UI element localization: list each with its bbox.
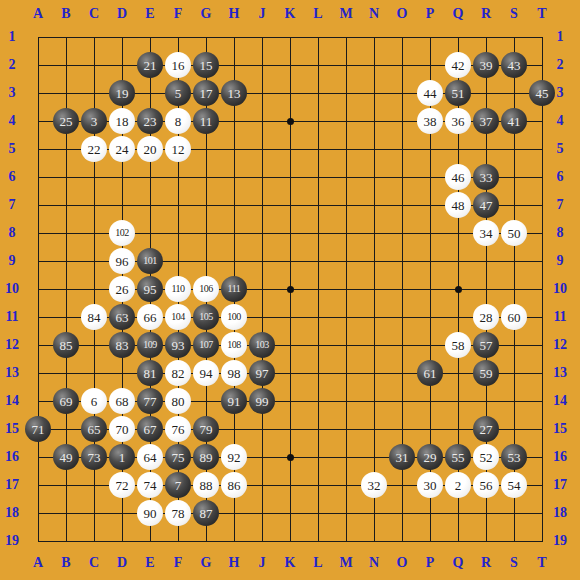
white-stone-S11[interactable]: 60 <box>501 304 527 330</box>
white-stone-C14[interactable]: 6 <box>81 388 107 414</box>
black-stone-D11[interactable]: 63 <box>109 304 135 330</box>
black-stone-J13[interactable]: 97 <box>249 360 275 386</box>
black-stone-R15[interactable]: 27 <box>473 416 499 442</box>
row-label-right-12: 12 <box>550 331 570 359</box>
white-stone-D14[interactable]: 68 <box>109 388 135 414</box>
black-stone-B16[interactable]: 49 <box>53 444 79 470</box>
row-label-left-17: 17 <box>2 471 22 499</box>
black-stone-A15[interactable]: 71 <box>25 416 51 442</box>
row-label-right-16: 16 <box>550 443 570 471</box>
white-stone-Q7[interactable]: 48 <box>445 192 471 218</box>
star-point <box>455 286 462 293</box>
white-stone-G13[interactable]: 94 <box>193 360 219 386</box>
white-stone-S8[interactable]: 50 <box>501 220 527 246</box>
column-label-top-M: M <box>332 6 360 22</box>
column-label-top-E: E <box>136 6 164 22</box>
row-label-right-2: 2 <box>550 51 570 79</box>
black-stone-E13[interactable]: 81 <box>137 360 163 386</box>
row-label-right-5: 5 <box>550 135 570 163</box>
white-stone-H17[interactable]: 86 <box>221 472 247 498</box>
white-stone-F2[interactable]: 16 <box>165 52 191 78</box>
row-label-right-15: 15 <box>550 415 570 443</box>
column-label-top-B: B <box>52 6 80 22</box>
black-stone-H10[interactable]: 111 <box>221 276 247 302</box>
column-label-top-S: S <box>500 6 528 22</box>
black-stone-G16[interactable]: 89 <box>193 444 219 470</box>
white-stone-P17[interactable]: 30 <box>417 472 443 498</box>
row-label-right-14: 14 <box>550 387 570 415</box>
white-stone-F18[interactable]: 78 <box>165 500 191 526</box>
white-stone-E5[interactable]: 20 <box>137 136 163 162</box>
white-stone-G10[interactable]: 106 <box>193 276 219 302</box>
column-label-top-L: L <box>304 6 332 22</box>
column-label-bottom-A: A <box>24 555 52 571</box>
row-label-right-11: 11 <box>550 303 570 331</box>
white-stone-D9[interactable]: 96 <box>109 248 135 274</box>
black-stone-D12[interactable]: 83 <box>109 332 135 358</box>
black-stone-G4[interactable]: 11 <box>193 108 219 134</box>
row-label-left-18: 18 <box>2 499 22 527</box>
column-label-bottom-P: P <box>416 555 444 571</box>
row-label-left-2: 2 <box>2 51 22 79</box>
row-label-left-3: 3 <box>2 79 22 107</box>
row-label-left-15: 15 <box>2 415 22 443</box>
white-stone-Q17[interactable]: 2 <box>445 472 471 498</box>
black-stone-R4[interactable]: 37 <box>473 108 499 134</box>
black-stone-F12[interactable]: 93 <box>165 332 191 358</box>
column-label-bottom-L: L <box>304 555 332 571</box>
black-stone-G2[interactable]: 15 <box>193 52 219 78</box>
column-label-top-R: R <box>472 6 500 22</box>
row-label-right-9: 9 <box>550 247 570 275</box>
white-stone-F14[interactable]: 80 <box>165 388 191 414</box>
column-label-bottom-S: S <box>500 555 528 571</box>
column-label-bottom-K: K <box>276 555 304 571</box>
row-label-right-1: 1 <box>550 23 570 51</box>
row-label-left-19: 19 <box>2 527 22 555</box>
column-label-bottom-Q: Q <box>444 555 472 571</box>
black-stone-H3[interactable]: 13 <box>221 80 247 106</box>
column-label-top-G: G <box>192 6 220 22</box>
column-label-top-N: N <box>360 6 388 22</box>
row-label-right-18: 18 <box>550 499 570 527</box>
black-stone-Q16[interactable]: 55 <box>445 444 471 470</box>
row-label-left-9: 9 <box>2 247 22 275</box>
go-board-screen: 1235678111213151617181920212223242526272… <box>0 0 580 580</box>
white-stone-F5[interactable]: 12 <box>165 136 191 162</box>
column-label-top-F: F <box>164 6 192 22</box>
black-stone-E4[interactable]: 23 <box>137 108 163 134</box>
white-stone-F10[interactable]: 110 <box>165 276 191 302</box>
column-label-top-K: K <box>276 6 304 22</box>
column-label-bottom-F: F <box>164 555 192 571</box>
black-stone-S4[interactable]: 41 <box>501 108 527 134</box>
column-label-bottom-D: D <box>108 555 136 571</box>
black-stone-J12[interactable]: 103 <box>249 332 275 358</box>
column-label-bottom-C: C <box>80 555 108 571</box>
white-stone-E16[interactable]: 64 <box>137 444 163 470</box>
black-stone-G3[interactable]: 17 <box>193 80 219 106</box>
row-label-left-12: 12 <box>2 331 22 359</box>
column-label-top-J: J <box>248 6 276 22</box>
row-label-left-10: 10 <box>2 275 22 303</box>
row-label-left-4: 4 <box>2 107 22 135</box>
column-label-bottom-R: R <box>472 555 500 571</box>
black-stone-S16[interactable]: 53 <box>501 444 527 470</box>
star-point <box>287 286 294 293</box>
black-stone-G15[interactable]: 79 <box>193 416 219 442</box>
column-label-top-Q: Q <box>444 6 472 22</box>
white-stone-G17[interactable]: 88 <box>193 472 219 498</box>
white-stone-Q2[interactable]: 42 <box>445 52 471 78</box>
white-stone-P4[interactable]: 38 <box>417 108 443 134</box>
black-stone-G11[interactable]: 105 <box>193 304 219 330</box>
row-label-right-6: 6 <box>550 163 570 191</box>
row-label-left-14: 14 <box>2 387 22 415</box>
white-stone-N17[interactable]: 32 <box>361 472 387 498</box>
black-stone-J14[interactable]: 99 <box>249 388 275 414</box>
white-stone-E11[interactable]: 66 <box>137 304 163 330</box>
row-label-left-8: 8 <box>2 219 22 247</box>
white-stone-D15[interactable]: 70 <box>109 416 135 442</box>
black-stone-Q3[interactable]: 51 <box>445 80 471 106</box>
column-label-bottom-G: G <box>192 555 220 571</box>
white-stone-Q4[interactable]: 36 <box>445 108 471 134</box>
column-label-top-D: D <box>108 6 136 22</box>
white-stone-D4[interactable]: 18 <box>109 108 135 134</box>
row-label-left-16: 16 <box>2 443 22 471</box>
white-stone-R16[interactable]: 52 <box>473 444 499 470</box>
column-label-bottom-T: T <box>528 555 556 571</box>
white-stone-D17[interactable]: 72 <box>109 472 135 498</box>
white-stone-Q12[interactable]: 58 <box>445 332 471 358</box>
black-stone-R12[interactable]: 57 <box>473 332 499 358</box>
black-stone-B14[interactable]: 69 <box>53 388 79 414</box>
row-label-left-1: 1 <box>2 23 22 51</box>
white-stone-H13[interactable]: 98 <box>221 360 247 386</box>
black-stone-R13[interactable]: 59 <box>473 360 499 386</box>
black-stone-R7[interactable]: 47 <box>473 192 499 218</box>
row-label-right-7: 7 <box>550 191 570 219</box>
white-stone-E18[interactable]: 90 <box>137 500 163 526</box>
column-label-bottom-J: J <box>248 555 276 571</box>
column-label-top-T: T <box>528 6 556 22</box>
column-label-bottom-B: B <box>52 555 80 571</box>
black-stone-H14[interactable]: 91 <box>221 388 247 414</box>
white-stone-S17[interactable]: 54 <box>501 472 527 498</box>
black-stone-C4[interactable]: 3 <box>81 108 107 134</box>
column-label-bottom-H: H <box>220 555 248 571</box>
row-label-left-13: 13 <box>2 359 22 387</box>
row-label-right-19: 19 <box>550 527 570 555</box>
black-stone-S2[interactable]: 43 <box>501 52 527 78</box>
white-stone-C5[interactable]: 22 <box>81 136 107 162</box>
white-stone-F11[interactable]: 104 <box>165 304 191 330</box>
black-stone-R6[interactable]: 33 <box>473 164 499 190</box>
black-stone-B12[interactable]: 85 <box>53 332 79 358</box>
white-stone-E17[interactable]: 74 <box>137 472 163 498</box>
black-stone-C15[interactable]: 65 <box>81 416 107 442</box>
row-label-right-4: 4 <box>550 107 570 135</box>
white-stone-F4[interactable]: 8 <box>165 108 191 134</box>
row-label-right-13: 13 <box>550 359 570 387</box>
white-stone-F15[interactable]: 76 <box>165 416 191 442</box>
star-point <box>287 118 294 125</box>
black-stone-D16[interactable]: 1 <box>109 444 135 470</box>
black-stone-E15[interactable]: 67 <box>137 416 163 442</box>
black-stone-R2[interactable]: 39 <box>473 52 499 78</box>
column-label-top-P: P <box>416 6 444 22</box>
black-stone-E9[interactable]: 101 <box>137 248 163 274</box>
white-stone-R8[interactable]: 34 <box>473 220 499 246</box>
black-stone-T3[interactable]: 45 <box>529 80 555 106</box>
row-label-left-11: 11 <box>2 303 22 331</box>
white-stone-D8[interactable]: 102 <box>109 220 135 246</box>
white-stone-H11[interactable]: 100 <box>221 304 247 330</box>
black-stone-D3[interactable]: 19 <box>109 80 135 106</box>
row-label-right-8: 8 <box>550 219 570 247</box>
row-label-left-7: 7 <box>2 191 22 219</box>
column-label-top-A: A <box>24 6 52 22</box>
white-stone-H16[interactable]: 92 <box>221 444 247 470</box>
column-label-bottom-M: M <box>332 555 360 571</box>
column-label-top-O: O <box>388 6 416 22</box>
black-stone-F16[interactable]: 75 <box>165 444 191 470</box>
black-stone-E12[interactable]: 109 <box>137 332 163 358</box>
black-stone-B4[interactable]: 25 <box>53 108 79 134</box>
black-stone-E10[interactable]: 95 <box>137 276 163 302</box>
row-label-left-6: 6 <box>2 163 22 191</box>
black-stone-P13[interactable]: 61 <box>417 360 443 386</box>
black-stone-G12[interactable]: 107 <box>193 332 219 358</box>
white-stone-H12[interactable]: 108 <box>221 332 247 358</box>
black-stone-C16[interactable]: 73 <box>81 444 107 470</box>
white-stone-P3[interactable]: 44 <box>417 80 443 106</box>
black-stone-E2[interactable]: 21 <box>137 52 163 78</box>
star-point <box>287 454 294 461</box>
white-stone-D5[interactable]: 24 <box>109 136 135 162</box>
black-stone-O16[interactable]: 31 <box>389 444 415 470</box>
row-label-left-5: 5 <box>2 135 22 163</box>
row-label-right-17: 17 <box>550 471 570 499</box>
black-stone-E14[interactable]: 77 <box>137 388 163 414</box>
white-stone-Q6[interactable]: 46 <box>445 164 471 190</box>
black-stone-F17[interactable]: 7 <box>165 472 191 498</box>
row-label-right-10: 10 <box>550 275 570 303</box>
black-stone-P16[interactable]: 29 <box>417 444 443 470</box>
column-label-top-H: H <box>220 6 248 22</box>
column-label-top-C: C <box>80 6 108 22</box>
column-label-bottom-N: N <box>360 555 388 571</box>
white-stone-F13[interactable]: 82 <box>165 360 191 386</box>
black-stone-G18[interactable]: 87 <box>193 500 219 526</box>
board-grid[interactable]: 1235678111213151617181920212223242526272… <box>24 23 556 555</box>
column-label-bottom-O: O <box>388 555 416 571</box>
white-stone-D10[interactable]: 26 <box>109 276 135 302</box>
column-label-bottom-E: E <box>136 555 164 571</box>
white-stone-C11[interactable]: 84 <box>81 304 107 330</box>
white-stone-R11[interactable]: 28 <box>473 304 499 330</box>
black-stone-F3[interactable]: 5 <box>165 80 191 106</box>
white-stone-R17[interactable]: 56 <box>473 472 499 498</box>
